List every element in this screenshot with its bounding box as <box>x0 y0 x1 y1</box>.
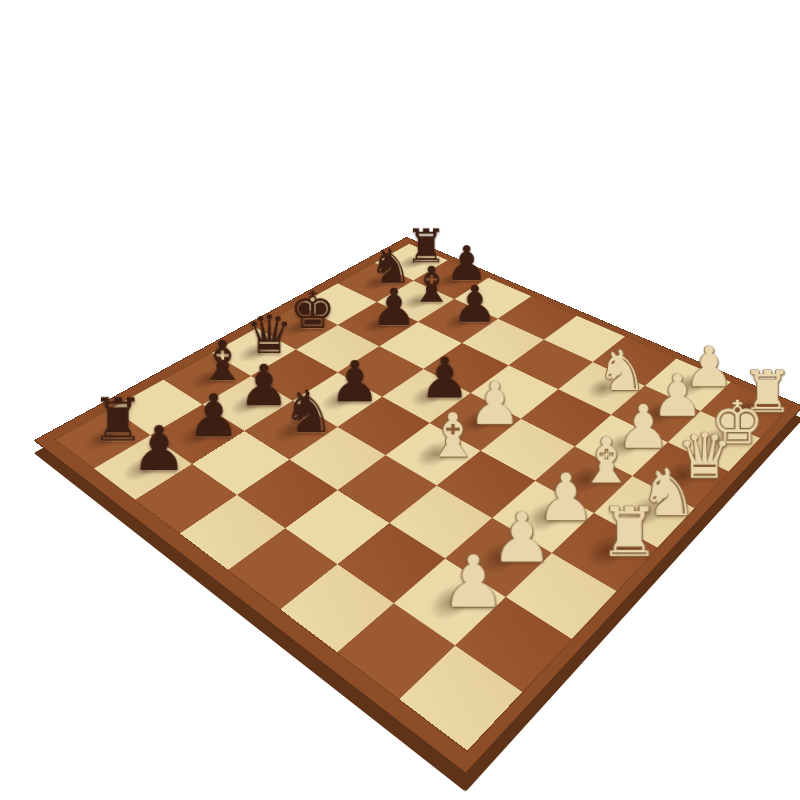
piece-black-pawn[interactable]: ♟ <box>446 278 503 335</box>
piece-black-pawn[interactable]: ♟ <box>365 281 422 338</box>
piece-white-rook[interactable]: ♜ <box>591 497 668 574</box>
board-grid: ♜♝♛♚♞♜♟♟♟♟♝♟♞♟♟♟♝♟♞♟♟♟♝♟♟♟♜♞♛♚♜ <box>54 243 791 752</box>
chess-photo-scene: ♜♝♛♚♞♜♟♟♟♟♝♟♞♟♟♟♝♟♞♟♟♟♝♟♟♟♜♞♛♚♜ <box>154 150 700 696</box>
piece-black-pawn[interactable]: ♟ <box>124 417 194 487</box>
board-perspective-wrap: ♜♝♛♚♞♜♟♟♟♟♝♟♞♟♟♟♝♟♞♟♟♟♝♟♟♟♜♞♛♚♜ <box>33 237 800 775</box>
chess-board: ♜♝♛♚♞♜♟♟♟♟♝♟♞♟♟♟♝♟♞♟♟♟♝♟♟♟♜♞♛♚♜ <box>33 237 800 775</box>
piece-black-knight[interactable]: ♞ <box>275 381 341 447</box>
piece-white-pawn[interactable]: ♟ <box>433 545 514 626</box>
piece-white-bishop[interactable]: ♝ <box>419 404 487 472</box>
square-a4[interactable] <box>228 528 337 609</box>
